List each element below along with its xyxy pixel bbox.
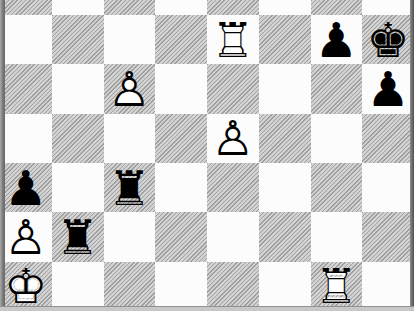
square-b3[interactable] — [52, 163, 104, 212]
square-g5[interactable] — [311, 64, 363, 113]
square-e6[interactable]: ♜♖ — [207, 15, 259, 64]
square-d7[interactable] — [155, 0, 207, 15]
white-piece-outline: ♙ — [4, 213, 47, 261]
chess-board: ♜♖♟♚♟♙♟♟♙♟♜♟♙♜♚♔♜♖ — [0, 0, 414, 311]
square-g4[interactable] — [311, 114, 363, 163]
square-b4[interactable] — [52, 114, 104, 163]
square-c2[interactable] — [104, 212, 156, 261]
black-piece-glyph: ♟ — [315, 16, 358, 64]
piece-bK-h6[interactable]: ♚ — [362, 15, 414, 64]
square-a1[interactable]: ♚♔ — [0, 262, 52, 311]
square-b5[interactable] — [52, 64, 104, 113]
piece-wP-e4[interactable]: ♟♙ — [207, 114, 259, 163]
square-d6[interactable] — [155, 15, 207, 64]
square-c3[interactable]: ♜ — [104, 163, 156, 212]
square-f1[interactable] — [259, 262, 311, 311]
square-f6[interactable] — [259, 15, 311, 64]
square-f7[interactable] — [259, 0, 311, 15]
square-c1[interactable] — [104, 262, 156, 311]
square-d5[interactable] — [155, 64, 207, 113]
square-g2[interactable] — [311, 212, 363, 261]
square-h6[interactable]: ♚ — [362, 15, 414, 64]
square-e1[interactable] — [207, 262, 259, 311]
black-piece-glyph: ♜ — [56, 213, 99, 261]
piece-wR-g1[interactable]: ♜♖ — [311, 262, 363, 311]
piece-wP-a2[interactable]: ♟♙ — [0, 212, 52, 261]
square-d1[interactable] — [155, 262, 207, 311]
square-f3[interactable] — [259, 163, 311, 212]
white-piece-outline: ♙ — [108, 65, 151, 113]
square-d4[interactable] — [155, 114, 207, 163]
square-g3[interactable] — [311, 163, 363, 212]
piece-wP-c5[interactable]: ♟♙ — [104, 64, 156, 113]
piece-bP-g6[interactable]: ♟ — [311, 15, 363, 64]
square-e3[interactable] — [207, 163, 259, 212]
square-f2[interactable] — [259, 212, 311, 261]
piece-wK-a1[interactable]: ♚♔ — [0, 262, 52, 311]
piece-bR-c3[interactable]: ♜ — [104, 163, 156, 212]
square-e2[interactable] — [207, 212, 259, 261]
square-b6[interactable] — [52, 15, 104, 64]
black-piece-glyph: ♟ — [367, 65, 410, 113]
black-piece-glyph: ♚ — [367, 16, 410, 64]
square-a6[interactable] — [0, 15, 52, 64]
square-b7[interactable] — [52, 0, 104, 15]
white-piece-outline: ♖ — [211, 16, 254, 64]
square-f5[interactable] — [259, 64, 311, 113]
piece-wR-e6[interactable]: ♜♖ — [207, 15, 259, 64]
square-a2[interactable]: ♟♙ — [0, 212, 52, 261]
square-h3[interactable] — [362, 163, 414, 212]
square-c5[interactable]: ♟♙ — [104, 64, 156, 113]
black-piece-glyph: ♟ — [4, 164, 47, 212]
square-h1[interactable] — [362, 262, 414, 311]
black-piece-glyph: ♜ — [108, 164, 151, 212]
square-c4[interactable] — [104, 114, 156, 163]
square-a3[interactable]: ♟ — [0, 163, 52, 212]
square-c7[interactable] — [104, 0, 156, 15]
square-h4[interactable] — [362, 114, 414, 163]
chess-diagram: ♜♖♟♚♟♙♟♟♙♟♜♟♙♜♚♔♜♖ — [0, 0, 414, 311]
white-piece-outline: ♙ — [211, 114, 254, 162]
square-g1[interactable]: ♜♖ — [311, 262, 363, 311]
square-g6[interactable]: ♟ — [311, 15, 363, 64]
square-h5[interactable]: ♟ — [362, 64, 414, 113]
square-a7[interactable] — [0, 0, 52, 15]
square-e4[interactable]: ♟♙ — [207, 114, 259, 163]
white-piece-outline: ♖ — [315, 262, 358, 310]
square-f4[interactable] — [259, 114, 311, 163]
square-b2[interactable]: ♜ — [52, 212, 104, 261]
piece-bP-h5[interactable]: ♟ — [362, 64, 414, 113]
white-piece-outline: ♔ — [4, 262, 47, 310]
square-a5[interactable] — [0, 64, 52, 113]
board-right-border — [410, 0, 414, 311]
piece-bP-a3[interactable]: ♟ — [0, 163, 52, 212]
board-bottom-border — [0, 306, 414, 311]
board-left-border — [0, 0, 5, 311]
square-d2[interactable] — [155, 212, 207, 261]
square-e5[interactable] — [207, 64, 259, 113]
square-b1[interactable] — [52, 262, 104, 311]
square-h2[interactable] — [362, 212, 414, 261]
square-c6[interactable] — [104, 15, 156, 64]
square-a4[interactable] — [0, 114, 52, 163]
piece-bR-b2[interactable]: ♜ — [52, 212, 104, 261]
square-d3[interactable] — [155, 163, 207, 212]
